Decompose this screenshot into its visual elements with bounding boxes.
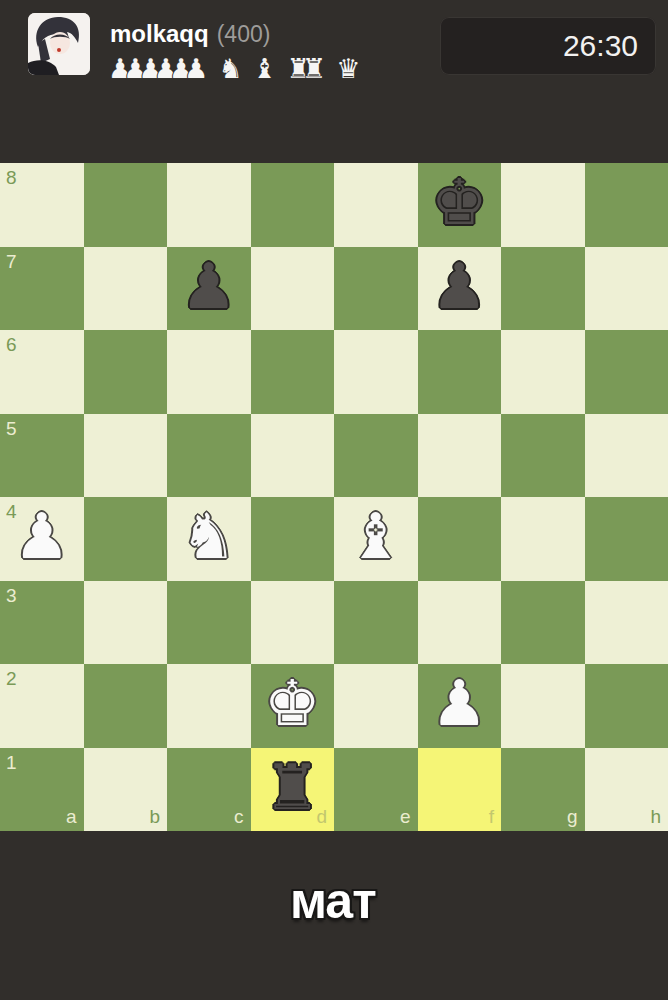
black-rook-d1[interactable]: ♜ xyxy=(251,748,335,832)
top-player-bar: molkaqq (400) ♟♟♟♟♟♟♞♝♜♜♛ 26:30 xyxy=(0,0,668,163)
square-h4[interactable] xyxy=(585,497,668,581)
square-e1[interactable]: e xyxy=(334,748,418,832)
square-h7[interactable] xyxy=(585,247,668,331)
file-label-g: g xyxy=(567,806,578,828)
square-h8[interactable] xyxy=(585,163,668,247)
square-g2[interactable] xyxy=(501,664,585,748)
square-a6[interactable]: 6 xyxy=(0,330,84,414)
mate-text-overlay: мат xyxy=(290,872,376,930)
top-player-name: molkaqq xyxy=(110,20,209,48)
square-a4[interactable]: 4♟ xyxy=(0,497,84,581)
square-c7[interactable]: ♟ xyxy=(167,247,251,331)
square-a2[interactable]: 2 xyxy=(0,664,84,748)
square-g7[interactable] xyxy=(501,247,585,331)
square-c6[interactable] xyxy=(167,330,251,414)
white-king-d2[interactable]: ♚ xyxy=(251,664,335,748)
top-clock-time: 26:30 xyxy=(563,29,638,63)
rank-label-2: 2 xyxy=(6,668,17,690)
square-d2[interactable]: ♚ xyxy=(251,664,335,748)
file-label-h: h xyxy=(650,806,661,828)
square-c4[interactable]: ♞ xyxy=(167,497,251,581)
captured-white-pawn: ♟ xyxy=(184,54,208,83)
file-label-e: e xyxy=(400,806,411,828)
square-b6[interactable] xyxy=(84,330,168,414)
square-f6[interactable] xyxy=(418,330,502,414)
square-c2[interactable] xyxy=(167,664,251,748)
square-d7[interactable] xyxy=(251,247,335,331)
square-e5[interactable] xyxy=(334,414,418,498)
square-e8[interactable] xyxy=(334,163,418,247)
white-pawn-f2[interactable]: ♟ xyxy=(418,664,502,748)
square-h5[interactable] xyxy=(585,414,668,498)
square-d3[interactable] xyxy=(251,581,335,665)
square-e2[interactable] xyxy=(334,664,418,748)
square-a5[interactable]: 5 xyxy=(0,414,84,498)
square-h1[interactable]: h xyxy=(585,748,668,832)
square-g1[interactable]: g xyxy=(501,748,585,832)
captured-white-queen: ♛ xyxy=(336,54,360,83)
file-label-a: a xyxy=(66,806,77,828)
square-d6[interactable] xyxy=(251,330,335,414)
square-f4[interactable] xyxy=(418,497,502,581)
square-f5[interactable] xyxy=(418,414,502,498)
square-f2[interactable]: ♟ xyxy=(418,664,502,748)
black-king-f8[interactable]: ♚ xyxy=(418,163,502,247)
rank-label-5: 5 xyxy=(6,418,17,440)
square-c5[interactable] xyxy=(167,414,251,498)
square-g6[interactable] xyxy=(501,330,585,414)
top-player-info[interactable]: molkaqq (400) xyxy=(110,17,316,51)
captured-white-bishop: ♝ xyxy=(253,54,277,83)
white-pawn-a4[interactable]: ♟ xyxy=(0,497,84,581)
square-a8[interactable]: 8 xyxy=(0,163,84,247)
square-g3[interactable] xyxy=(501,581,585,665)
top-player-rating: (400) xyxy=(217,21,271,48)
square-b7[interactable] xyxy=(84,247,168,331)
square-e7[interactable] xyxy=(334,247,418,331)
square-e3[interactable] xyxy=(334,581,418,665)
white-bishop-e4[interactable]: ♝ xyxy=(334,497,418,581)
square-d1[interactable]: d♜ xyxy=(251,748,335,832)
square-a7[interactable]: 7 xyxy=(0,247,84,331)
square-b1[interactable]: b xyxy=(84,748,168,832)
square-d5[interactable] xyxy=(251,414,335,498)
file-label-b: b xyxy=(149,806,160,828)
rank-label-7: 7 xyxy=(6,251,17,273)
square-h2[interactable] xyxy=(585,664,668,748)
square-f3[interactable] xyxy=(418,581,502,665)
top-player-avatar[interactable] xyxy=(28,13,90,75)
anime-girl-avatar-image xyxy=(28,13,90,75)
file-label-c: c xyxy=(234,806,244,828)
black-pawn-c7[interactable]: ♟ xyxy=(167,247,251,331)
top-player-clock: 26:30 xyxy=(440,17,656,75)
black-pawn-f7[interactable]: ♟ xyxy=(418,247,502,331)
square-b8[interactable] xyxy=(84,163,168,247)
square-g5[interactable] xyxy=(501,414,585,498)
square-e6[interactable] xyxy=(334,330,418,414)
chess-board[interactable]: 8♚7♟♟654♟♞♝32♚♟1abcd♜efgh xyxy=(0,163,668,831)
captured-white-rook: ♜ xyxy=(302,54,326,83)
square-e4[interactable]: ♝ xyxy=(334,497,418,581)
square-b5[interactable] xyxy=(84,414,168,498)
rank-label-3: 3 xyxy=(6,585,17,607)
square-d8[interactable] xyxy=(251,163,335,247)
rank-label-6: 6 xyxy=(6,334,17,356)
square-b2[interactable] xyxy=(84,664,168,748)
ukraine-flag-icon xyxy=(278,21,316,47)
square-b4[interactable] xyxy=(84,497,168,581)
square-c3[interactable] xyxy=(167,581,251,665)
square-f8[interactable]: ♚ xyxy=(418,163,502,247)
square-f1[interactable]: f xyxy=(418,748,502,832)
white-knight-c4[interactable]: ♞ xyxy=(167,497,251,581)
square-a1[interactable]: 1a xyxy=(0,748,84,832)
square-h3[interactable] xyxy=(585,581,668,665)
square-c1[interactable]: c xyxy=(167,748,251,832)
square-d4[interactable] xyxy=(251,497,335,581)
square-c8[interactable] xyxy=(167,163,251,247)
top-captured-pieces: ♟♟♟♟♟♟♞♝♜♜♛ xyxy=(108,53,360,83)
file-label-f: f xyxy=(489,806,494,828)
captured-white-knight: ♞ xyxy=(218,54,242,83)
rank-label-1: 1 xyxy=(6,752,17,774)
square-g8[interactable] xyxy=(501,163,585,247)
square-h6[interactable] xyxy=(585,330,668,414)
square-g4[interactable] xyxy=(501,497,585,581)
square-a3[interactable]: 3 xyxy=(0,581,84,665)
square-b3[interactable] xyxy=(84,581,168,665)
rank-label-8: 8 xyxy=(6,167,17,189)
square-f7[interactable]: ♟ xyxy=(418,247,502,331)
